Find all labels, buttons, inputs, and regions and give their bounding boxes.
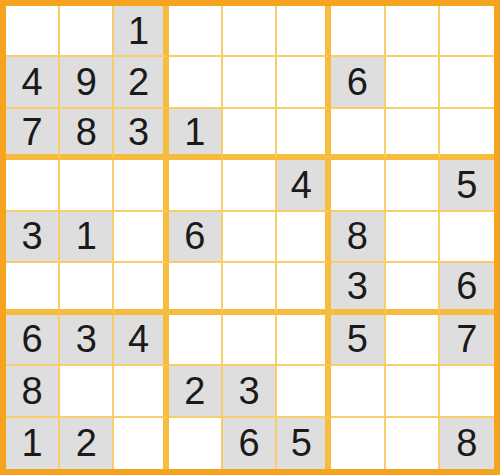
cell-r8c2[interactable] (60, 366, 114, 417)
cell-r5c2[interactable]: 1 (60, 212, 114, 263)
cell-r9c8[interactable] (386, 418, 440, 469)
cell-r6c4[interactable] (169, 263, 223, 314)
cell-r8c1[interactable]: 8 (6, 366, 60, 417)
cell-r4c7[interactable] (331, 160, 385, 211)
cell-r4c2[interactable] (60, 160, 114, 211)
cell-r2c5[interactable] (223, 57, 277, 108)
cell-r5c6[interactable] (277, 212, 331, 263)
cell-r5c1[interactable]: 3 (6, 212, 60, 263)
cell-r9c5[interactable]: 6 (223, 418, 277, 469)
cell-r8c9[interactable] (440, 366, 494, 417)
cell-r9c1[interactable]: 1 (6, 418, 60, 469)
cell-r3c2[interactable]: 8 (60, 109, 114, 160)
cell-r7c3[interactable]: 4 (114, 315, 168, 366)
cell-r2c7[interactable]: 6 (331, 57, 385, 108)
cell-r8c6[interactable] (277, 366, 331, 417)
cell-r2c2[interactable]: 9 (60, 57, 114, 108)
cell-r2c4[interactable] (169, 57, 223, 108)
cell-r5c7[interactable]: 8 (331, 212, 385, 263)
cell-r8c8[interactable] (386, 366, 440, 417)
cell-r5c4[interactable]: 6 (169, 212, 223, 263)
cell-r7c2[interactable]: 3 (60, 315, 114, 366)
cell-r6c5[interactable] (223, 263, 277, 314)
cell-r1c4[interactable] (169, 6, 223, 57)
cell-r8c7[interactable] (331, 366, 385, 417)
cell-r7c5[interactable] (223, 315, 277, 366)
cell-r5c9[interactable] (440, 212, 494, 263)
cell-r9c7[interactable] (331, 418, 385, 469)
cell-r7c6[interactable] (277, 315, 331, 366)
cell-r1c3[interactable]: 1 (114, 6, 168, 57)
cell-r1c6[interactable] (277, 6, 331, 57)
cell-r7c4[interactable] (169, 315, 223, 366)
cell-r1c2[interactable] (60, 6, 114, 57)
cell-r8c4[interactable]: 2 (169, 366, 223, 417)
cell-r3c1[interactable]: 7 (6, 109, 60, 160)
cell-r2c1[interactable]: 4 (6, 57, 60, 108)
cell-r3c7[interactable] (331, 109, 385, 160)
cell-r4c6[interactable]: 4 (277, 160, 331, 211)
cell-r6c2[interactable] (60, 263, 114, 314)
cell-r7c7[interactable]: 5 (331, 315, 385, 366)
cell-r4c1[interactable] (6, 160, 60, 211)
cell-r5c5[interactable] (223, 212, 277, 263)
cell-r3c6[interactable] (277, 109, 331, 160)
cell-r2c8[interactable] (386, 57, 440, 108)
cell-r3c4[interactable]: 1 (169, 109, 223, 160)
cell-r1c5[interactable] (223, 6, 277, 57)
cell-r4c4[interactable] (169, 160, 223, 211)
cell-r3c8[interactable] (386, 109, 440, 160)
cell-r5c3[interactable] (114, 212, 168, 263)
cell-r4c3[interactable] (114, 160, 168, 211)
cell-r2c6[interactable] (277, 57, 331, 108)
cell-r9c2[interactable]: 2 (60, 418, 114, 469)
cell-r6c9[interactable]: 6 (440, 263, 494, 314)
cell-r7c9[interactable]: 7 (440, 315, 494, 366)
cell-r6c6[interactable] (277, 263, 331, 314)
cell-r4c8[interactable] (386, 160, 440, 211)
cell-r7c1[interactable]: 6 (6, 315, 60, 366)
cell-r4c9[interactable]: 5 (440, 160, 494, 211)
sudoku-board: 149267831453168366345782312658 (0, 0, 500, 475)
cell-r6c1[interactable] (6, 263, 60, 314)
cell-r5c8[interactable] (386, 212, 440, 263)
cell-r9c9[interactable]: 8 (440, 418, 494, 469)
cell-r1c7[interactable] (331, 6, 385, 57)
cell-r1c8[interactable] (386, 6, 440, 57)
cell-r9c3[interactable] (114, 418, 168, 469)
cell-r6c7[interactable]: 3 (331, 263, 385, 314)
cell-r3c5[interactable] (223, 109, 277, 160)
cell-r1c1[interactable] (6, 6, 60, 57)
cell-r6c8[interactable] (386, 263, 440, 314)
cell-r3c3[interactable]: 3 (114, 109, 168, 160)
cell-r9c4[interactable] (169, 418, 223, 469)
cell-r7c8[interactable] (386, 315, 440, 366)
cell-r2c3[interactable]: 2 (114, 57, 168, 108)
cell-r3c9[interactable] (440, 109, 494, 160)
cell-r2c9[interactable] (440, 57, 494, 108)
cell-r6c3[interactable] (114, 263, 168, 314)
cell-r9c6[interactable]: 5 (277, 418, 331, 469)
cell-r1c9[interactable] (440, 6, 494, 57)
cell-r8c3[interactable] (114, 366, 168, 417)
cell-r8c5[interactable]: 3 (223, 366, 277, 417)
cell-r4c5[interactable] (223, 160, 277, 211)
